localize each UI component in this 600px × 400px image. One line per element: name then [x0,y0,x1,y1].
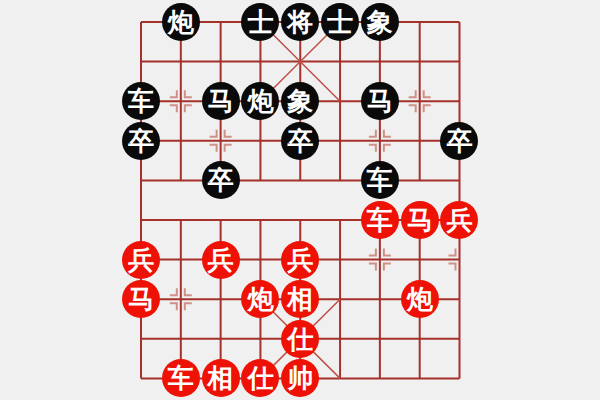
piece-red-general[interactable]: 帅 [281,359,319,397]
piece-black-soldier[interactable]: 卒 [202,161,240,199]
piece-red-soldier[interactable]: 兵 [440,201,478,239]
piece-black-soldier[interactable]: 卒 [281,122,319,160]
piece-black-cannon[interactable]: 炮 [241,82,279,120]
piece-black-horse[interactable]: 马 [202,82,240,120]
piece-red-cannon[interactable]: 炮 [241,280,279,318]
piece-red-horse[interactable]: 马 [122,280,160,318]
piece-red-advisor[interactable]: 仕 [281,320,319,358]
xiangqi-board: 炮士将士象车马炮象马卒卒卒卒车车马兵兵兵兵马炮相炮仕车相仕帅 [121,2,479,398]
piece-black-advisor[interactable]: 士 [321,3,359,41]
piece-black-general[interactable]: 将 [281,3,319,41]
piece-black-chariot[interactable]: 车 [122,82,160,120]
piece-red-advisor[interactable]: 仕 [241,359,279,397]
piece-red-chariot[interactable]: 车 [162,359,200,397]
xiangqi-screenshot: 炮士将士象车马炮象马卒卒卒卒车车马兵兵兵兵马炮相炮仕车相仕帅 [0,0,600,400]
piece-red-chariot[interactable]: 车 [361,201,399,239]
piece-black-advisor[interactable]: 士 [241,3,279,41]
piece-red-soldier[interactable]: 兵 [202,241,240,279]
piece-black-soldier[interactable]: 卒 [440,122,478,160]
piece-black-cannon[interactable]: 炮 [162,3,200,41]
piece-black-elephant[interactable]: 象 [281,82,319,120]
piece-red-elephant[interactable]: 相 [202,359,240,397]
piece-black-horse[interactable]: 马 [361,82,399,120]
piece-black-soldier[interactable]: 卒 [122,122,160,160]
piece-red-soldier[interactable]: 兵 [281,241,319,279]
piece-black-elephant[interactable]: 象 [361,3,399,41]
piece-red-elephant[interactable]: 相 [281,280,319,318]
piece-red-cannon[interactable]: 炮 [401,280,439,318]
piece-red-horse[interactable]: 马 [401,201,439,239]
piece-black-chariot[interactable]: 车 [361,161,399,199]
piece-red-soldier[interactable]: 兵 [122,241,160,279]
